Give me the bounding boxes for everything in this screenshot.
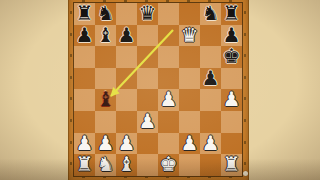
- square-c6[interactable]: [116, 46, 137, 68]
- square-a4[interactable]: [74, 89, 95, 111]
- square-e7[interactable]: [158, 25, 179, 47]
- piece-black-pawn-h7[interactable]: ♟: [221, 25, 242, 47]
- square-d4[interactable]: [137, 89, 158, 111]
- square-b4[interactable]: ♝: [95, 89, 116, 111]
- chess-board: ♜♞♛♞♜♟♝♟♛♟♚♟♝♟♟♟♟♟♟♟♟♜♞♝♚♜: [73, 2, 243, 177]
- square-c3[interactable]: [116, 111, 137, 133]
- square-e5[interactable]: [158, 68, 179, 90]
- square-d3[interactable]: ♟: [137, 111, 158, 133]
- square-b8[interactable]: ♞: [95, 3, 116, 25]
- square-d8[interactable]: ♛: [137, 3, 158, 25]
- square-a8[interactable]: ♜: [74, 3, 95, 25]
- piece-white-pawn-b2[interactable]: ♟: [95, 133, 116, 155]
- square-f3[interactable]: [179, 111, 200, 133]
- square-h5[interactable]: [221, 68, 242, 90]
- square-h3[interactable]: [221, 111, 242, 133]
- square-g2[interactable]: ♟: [200, 133, 221, 155]
- square-b2[interactable]: ♟: [95, 133, 116, 155]
- square-g6[interactable]: [200, 46, 221, 68]
- square-h8[interactable]: ♜: [221, 3, 242, 25]
- square-h2[interactable]: [221, 133, 242, 155]
- square-d6[interactable]: [137, 46, 158, 68]
- square-e1[interactable]: ♚: [158, 154, 179, 176]
- piece-white-rook-h1[interactable]: ♜: [221, 154, 242, 176]
- square-c7[interactable]: ♟: [116, 25, 137, 47]
- piece-black-king-h6[interactable]: ♚: [221, 46, 242, 68]
- square-h1[interactable]: ♜: [221, 154, 242, 176]
- square-e8[interactable]: [158, 3, 179, 25]
- piece-white-knight-b1[interactable]: ♞: [95, 154, 116, 176]
- square-f1[interactable]: [179, 154, 200, 176]
- square-d1[interactable]: [137, 154, 158, 176]
- piece-white-king-e1[interactable]: ♚: [158, 154, 179, 176]
- square-h6[interactable]: ♚: [221, 46, 242, 68]
- square-f4[interactable]: [179, 89, 200, 111]
- piece-white-bishop-c1[interactable]: ♝: [116, 154, 137, 176]
- square-a5[interactable]: [74, 68, 95, 90]
- piece-black-rook-h8[interactable]: ♜: [221, 3, 242, 25]
- piece-black-pawn-a7[interactable]: ♟: [74, 25, 95, 47]
- square-c4[interactable]: [116, 89, 137, 111]
- piece-white-pawn-g2[interactable]: ♟: [200, 133, 221, 155]
- square-a6[interactable]: [74, 46, 95, 68]
- square-a2[interactable]: ♟: [74, 133, 95, 155]
- piece-black-queen-d8[interactable]: ♛: [137, 3, 158, 25]
- square-e6[interactable]: [158, 46, 179, 68]
- square-a1[interactable]: ♜: [74, 154, 95, 176]
- square-e4[interactable]: ♟: [158, 89, 179, 111]
- square-f8[interactable]: [179, 3, 200, 25]
- square-c5[interactable]: [116, 68, 137, 90]
- square-g3[interactable]: [200, 111, 221, 133]
- piece-black-knight-b8[interactable]: ♞: [95, 3, 116, 25]
- square-d7[interactable]: [137, 25, 158, 47]
- frame-ticks-right: [244, 2, 246, 175]
- square-e2[interactable]: [158, 133, 179, 155]
- square-a7[interactable]: ♟: [74, 25, 95, 47]
- piece-white-pawn-e4[interactable]: ♟: [158, 89, 179, 111]
- square-h7[interactable]: ♟: [221, 25, 242, 47]
- frame-ticks-left: [70, 2, 72, 175]
- square-a3[interactable]: [74, 111, 95, 133]
- screenshot-root: ♜♞♛♞♜♟♝♟♛♟♚♟♝♟♟♟♟♟♟♟♟♜♞♝♚♜: [0, 0, 320, 180]
- piece-black-bishop-b7[interactable]: ♝: [95, 25, 116, 47]
- square-f6[interactable]: [179, 46, 200, 68]
- piece-black-pawn-c7[interactable]: ♟: [116, 25, 137, 47]
- square-h4[interactable]: ♟: [221, 89, 242, 111]
- square-c2[interactable]: ♟: [116, 133, 137, 155]
- piece-white-pawn-d3[interactable]: ♟: [137, 111, 158, 133]
- square-b6[interactable]: [95, 46, 116, 68]
- piece-black-rook-a8[interactable]: ♜: [74, 3, 95, 25]
- piece-white-queen-f7[interactable]: ♛: [179, 25, 200, 47]
- overlay-dot: [243, 171, 248, 176]
- square-c8[interactable]: [116, 3, 137, 25]
- square-b1[interactable]: ♞: [95, 154, 116, 176]
- piece-black-bishop-b4[interactable]: ♝: [95, 89, 116, 111]
- square-e3[interactable]: [158, 111, 179, 133]
- piece-black-pawn-g5[interactable]: ♟: [200, 68, 221, 90]
- piece-white-rook-a1[interactable]: ♜: [74, 154, 95, 176]
- square-f7[interactable]: ♛: [179, 25, 200, 47]
- square-g8[interactable]: ♞: [200, 3, 221, 25]
- square-d5[interactable]: [137, 68, 158, 90]
- square-g7[interactable]: [200, 25, 221, 47]
- square-f5[interactable]: [179, 68, 200, 90]
- square-g1[interactable]: [200, 154, 221, 176]
- piece-white-pawn-c2[interactable]: ♟: [116, 133, 137, 155]
- square-b3[interactable]: [95, 111, 116, 133]
- square-g5[interactable]: ♟: [200, 68, 221, 90]
- piece-black-knight-g8[interactable]: ♞: [200, 3, 221, 25]
- square-f2[interactable]: ♟: [179, 133, 200, 155]
- piece-white-pawn-f2[interactable]: ♟: [179, 133, 200, 155]
- square-b7[interactable]: ♝: [95, 25, 116, 47]
- square-b5[interactable]: [95, 68, 116, 90]
- piece-white-pawn-h4[interactable]: ♟: [221, 89, 242, 111]
- piece-white-pawn-a2[interactable]: ♟: [74, 133, 95, 155]
- square-c1[interactable]: ♝: [116, 154, 137, 176]
- square-d2[interactable]: [137, 133, 158, 155]
- square-g4[interactable]: [200, 89, 221, 111]
